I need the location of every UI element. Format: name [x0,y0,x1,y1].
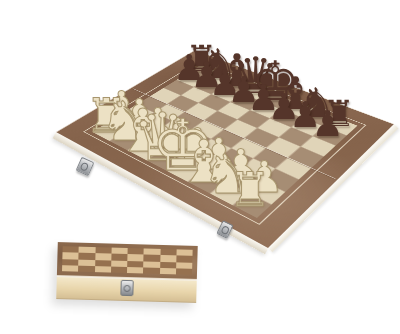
box-square [78,265,94,272]
board-squares-grid [92,65,357,218]
box-square [94,266,110,273]
folded-box-checkered-top [57,242,198,280]
clasp-ring-icon [124,285,131,292]
box-clasp-icon [121,280,134,296]
box-square [62,265,78,272]
box-square [159,268,175,275]
folded-chess-box [56,242,198,302]
clasp-ring-icon [220,225,230,235]
box-square [143,267,159,274]
box-square [127,267,143,274]
clasp-ring-icon [80,162,90,172]
folded-box-front-panel [56,276,197,303]
chess-set-product-photo: ♜♞♝♛♚♝♞♜♟♟♟♟♟♟♟♟♟♟♟♟♟♟♟♟♜♞♝♛♚♝♞♜ [0,0,400,334]
box-square [176,268,192,275]
chess-board [56,50,394,248]
box-square [111,266,127,273]
folded-box-grid [62,246,193,275]
